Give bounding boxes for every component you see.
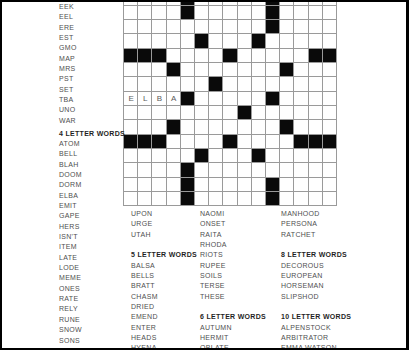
grid-cell[interactable] xyxy=(223,6,237,20)
grid-cell[interactable] xyxy=(195,6,209,20)
grid-cell[interactable] xyxy=(195,77,209,91)
grid-cell[interactable] xyxy=(124,6,138,20)
grid-cell[interactable] xyxy=(323,77,337,91)
grid-cell[interactable] xyxy=(181,63,195,77)
grid-cell[interactable] xyxy=(181,135,195,149)
grid-cell[interactable] xyxy=(152,34,166,48)
word-list-word[interactable]: HERMIT xyxy=(200,333,266,343)
grid-cell[interactable] xyxy=(181,49,195,63)
word-list-word[interactable]: BELL xyxy=(59,149,125,159)
word-list-word[interactable]: ISN'T xyxy=(59,232,125,242)
grid-cell[interactable] xyxy=(124,120,138,134)
grid-cell[interactable] xyxy=(124,178,138,192)
grid-cell[interactable] xyxy=(252,92,266,106)
grid-cell[interactable] xyxy=(167,34,181,48)
word-list-header: 6 LETTER WORDS xyxy=(200,312,266,322)
black-cell xyxy=(195,34,209,48)
grid-cell[interactable] xyxy=(280,77,294,91)
grid-cell[interactable] xyxy=(238,20,252,34)
black-cell xyxy=(181,192,195,206)
black-cell xyxy=(323,135,337,149)
word-list-word[interactable]: SLIPSHOD xyxy=(281,292,351,302)
grid-cell[interactable] xyxy=(238,92,252,106)
word-list-word[interactable]: RATCHET xyxy=(281,230,351,240)
grid-cell[interactable] xyxy=(294,6,308,20)
word-list-word[interactable]: ITEM xyxy=(59,242,125,252)
grid-cell[interactable] xyxy=(167,6,181,20)
grid-cell[interactable] xyxy=(309,20,323,34)
word-list-word[interactable]: RELY xyxy=(59,304,125,314)
black-cell xyxy=(266,20,280,34)
grid-cell[interactable] xyxy=(167,135,181,149)
grid-cell[interactable] xyxy=(152,20,166,34)
grid-cell[interactable] xyxy=(124,63,138,77)
black-cell xyxy=(266,6,280,20)
grid-cell[interactable] xyxy=(138,192,152,206)
word-list-word[interactable]: THESE xyxy=(200,292,266,302)
grid-cell[interactable] xyxy=(195,92,209,106)
word-list-word[interactable]: TERSE xyxy=(200,281,266,291)
grid-cell[interactable] xyxy=(238,149,252,163)
grid-cell[interactable] xyxy=(323,34,337,48)
grid-cell[interactable] xyxy=(238,135,252,149)
puzzle-grid: ELBA xyxy=(123,0,337,206)
grid-cell[interactable] xyxy=(223,178,237,192)
word-list-word[interactable]: SPOT xyxy=(59,346,125,350)
grid-cell[interactable] xyxy=(223,192,237,206)
grid-cell[interactable] xyxy=(124,149,138,163)
word-list-word[interactable]: RHODA xyxy=(200,240,266,250)
grid-cell[interactable] xyxy=(323,192,337,206)
grid-cell[interactable] xyxy=(280,20,294,34)
grid-cell[interactable] xyxy=(181,20,195,34)
grid-cell[interactable] xyxy=(195,192,209,206)
grid-cell[interactable] xyxy=(209,49,223,63)
word-list-header: 4 LETTER WORDS xyxy=(59,129,125,139)
grid-cell[interactable] xyxy=(223,120,237,134)
grid-cell[interactable] xyxy=(238,77,252,91)
word-list-header: 8 LETTER WORDS xyxy=(281,250,351,260)
grid-cell[interactable] xyxy=(223,149,237,163)
grid-cell[interactable] xyxy=(252,77,266,91)
word-list-blank-line xyxy=(281,240,351,250)
word-list-word[interactable]: DECOROUS xyxy=(281,261,351,271)
word-list-blank-line xyxy=(200,302,266,312)
grid-cell[interactable] xyxy=(294,92,308,106)
grid-cell[interactable] xyxy=(181,34,195,48)
grid-cell[interactable] xyxy=(280,149,294,163)
word-list-word[interactable]: BALSA xyxy=(131,261,197,271)
fill-in-puzzle-page: ELBA EEKEELEREESTGMOMAPMRSPSTSETTBAUNOWA… xyxy=(0,0,412,350)
black-cell xyxy=(124,135,138,149)
black-cell xyxy=(309,135,323,149)
grid-cell[interactable] xyxy=(209,149,223,163)
word-list-word[interactable]: MAP xyxy=(59,54,125,64)
word-list-column: UPONURGEUTAH5 LETTER WORDSBALSABELLSBRAT… xyxy=(131,209,197,350)
word-list-word[interactable]: NAOMI xyxy=(200,209,266,219)
word-list-word[interactable]: RAITA xyxy=(200,230,266,240)
word-list-word[interactable]: BRATT xyxy=(131,281,197,291)
grid-cell[interactable] xyxy=(309,34,323,48)
grid-cell[interactable] xyxy=(138,149,152,163)
grid-cell[interactable] xyxy=(309,120,323,134)
word-list-word[interactable]: LODE xyxy=(59,263,125,273)
word-list-word[interactable]: ELBA xyxy=(59,191,125,201)
grid-cell[interactable] xyxy=(323,20,337,34)
black-cell xyxy=(152,49,166,63)
grid-cell[interactable] xyxy=(323,149,337,163)
grid-cell[interactable] xyxy=(252,49,266,63)
black-cell xyxy=(181,178,195,192)
word-list-word[interactable]: ATOM xyxy=(59,139,125,149)
grid-cell[interactable] xyxy=(238,6,252,20)
word-list-word[interactable]: CHASM xyxy=(131,292,197,302)
grid-cell[interactable] xyxy=(152,149,166,163)
black-cell xyxy=(181,6,195,20)
word-list-word[interactable]: HORSEMAN xyxy=(281,281,351,291)
word-list-word[interactable]: ARBITRATOR xyxy=(281,333,351,343)
grid-cell[interactable] xyxy=(181,106,195,120)
word-list-word[interactable]: URGE xyxy=(131,219,197,229)
black-cell xyxy=(238,106,252,120)
black-cell xyxy=(280,63,294,77)
word-list-word[interactable]: MRS xyxy=(59,64,125,74)
grid-cell[interactable] xyxy=(152,63,166,77)
grid-cell[interactable] xyxy=(266,120,280,134)
grid-cell[interactable] xyxy=(209,106,223,120)
grid-cell[interactable] xyxy=(167,163,181,177)
black-cell xyxy=(195,149,209,163)
black-cell xyxy=(266,192,280,206)
grid-cell[interactable] xyxy=(309,6,323,20)
black-cell xyxy=(152,135,166,149)
grid-cell-letter[interactable]: A xyxy=(167,92,181,106)
grid-cell[interactable] xyxy=(152,120,166,134)
word-list-word[interactable]: ONSET xyxy=(200,219,266,229)
word-list-header: 5 LETTER WORDS xyxy=(131,250,197,260)
word-list-blank-line xyxy=(281,302,351,312)
grid-cell[interactable] xyxy=(181,149,195,163)
grid-cell[interactable] xyxy=(266,49,280,63)
grid-cell[interactable] xyxy=(138,163,152,177)
grid-cell[interactable] xyxy=(294,34,308,48)
word-list-word[interactable]: PERSONA xyxy=(281,219,351,229)
grid-cell[interactable] xyxy=(323,63,337,77)
grid-cell[interactable] xyxy=(138,178,152,192)
grid-cell[interactable] xyxy=(252,120,266,134)
grid-cell[interactable] xyxy=(223,106,237,120)
grid-cell[interactable] xyxy=(252,63,266,77)
grid-cell[interactable] xyxy=(181,77,195,91)
grid-cell[interactable] xyxy=(252,163,266,177)
word-list-column: EEKEELEREESTGMOMAPMRSPSTSETTBAUNOWAR4 LE… xyxy=(59,2,125,350)
grid-cell[interactable] xyxy=(309,163,323,177)
grid-cell[interactable] xyxy=(209,6,223,20)
black-cell xyxy=(252,34,266,48)
grid-cell[interactable] xyxy=(294,77,308,91)
grid-cell[interactable] xyxy=(238,178,252,192)
grid-cell[interactable] xyxy=(167,77,181,91)
black-cell xyxy=(138,135,152,149)
grid-cell[interactable] xyxy=(167,106,181,120)
grid-cell[interactable] xyxy=(309,106,323,120)
black-cell xyxy=(167,120,181,134)
grid-cell[interactable] xyxy=(223,34,237,48)
grid-cell[interactable] xyxy=(195,178,209,192)
grid-cell[interactable] xyxy=(152,77,166,91)
grid-cell[interactable] xyxy=(252,135,266,149)
grid-cell[interactable] xyxy=(266,135,280,149)
word-list-word[interactable]: HEADS xyxy=(131,333,197,343)
grid-cell[interactable] xyxy=(252,20,266,34)
word-list-word[interactable]: ALPENSTOCK xyxy=(281,323,351,333)
word-list-word[interactable]: RUPEE xyxy=(200,261,266,271)
black-cell xyxy=(252,149,266,163)
grid-cell[interactable] xyxy=(138,77,152,91)
grid-cell[interactable] xyxy=(309,192,323,206)
black-cell xyxy=(266,178,280,192)
grid-cell[interactable] xyxy=(238,192,252,206)
word-list-word[interactable]: MEME xyxy=(59,273,125,283)
black-cell xyxy=(167,63,181,77)
word-list-word[interactable]: EMEND xyxy=(131,312,197,322)
grid-cell[interactable] xyxy=(280,163,294,177)
grid-cell[interactable] xyxy=(238,34,252,48)
grid-cell[interactable] xyxy=(252,178,266,192)
black-cell xyxy=(124,49,138,63)
grid-cell[interactable] xyxy=(195,106,209,120)
black-cell xyxy=(209,77,223,91)
grid-cell[interactable] xyxy=(209,34,223,48)
grid-cell[interactable] xyxy=(309,178,323,192)
grid-cell[interactable] xyxy=(294,192,308,206)
word-list-word[interactable]: RATE xyxy=(59,294,125,304)
word-list-word[interactable]: UNO xyxy=(59,105,125,115)
grid-cell[interactable] xyxy=(294,120,308,134)
black-cell xyxy=(223,49,237,63)
grid-cell[interactable] xyxy=(124,106,138,120)
word-list-word[interactable]: ONES xyxy=(59,284,125,294)
grid-cell[interactable] xyxy=(195,120,209,134)
grid-cell[interactable] xyxy=(266,63,280,77)
grid-cell[interactable] xyxy=(195,49,209,63)
grid-cell[interactable] xyxy=(323,163,337,177)
grid-cell[interactable] xyxy=(223,63,237,77)
grid-cell[interactable] xyxy=(252,106,266,120)
grid-cell[interactable] xyxy=(181,120,195,134)
grid-cell[interactable] xyxy=(195,20,209,34)
grid-cell[interactable] xyxy=(280,6,294,20)
word-list-word[interactable]: TBA xyxy=(59,95,125,105)
grid-cell[interactable] xyxy=(223,77,237,91)
black-cell xyxy=(138,49,152,63)
grid-cell[interactable] xyxy=(124,20,138,34)
grid-cell[interactable] xyxy=(167,192,181,206)
grid-cell[interactable] xyxy=(294,49,308,63)
grid-cell-letter[interactable]: E xyxy=(124,92,138,106)
grid-cell[interactable] xyxy=(124,34,138,48)
grid-cell[interactable] xyxy=(138,120,152,134)
grid-cell[interactable] xyxy=(323,178,337,192)
grid-cell[interactable] xyxy=(280,192,294,206)
grid-cell[interactable] xyxy=(294,178,308,192)
word-list-word[interactable]: HYENA xyxy=(131,343,197,350)
grid-cell-letter[interactable]: L xyxy=(138,92,152,106)
grid-cell[interactable] xyxy=(266,77,280,91)
grid-cell[interactable] xyxy=(152,6,166,20)
word-list-word[interactable]: AUTUMN xyxy=(200,323,266,333)
word-list-word[interactable]: SOILS xyxy=(200,271,266,281)
grid-cell[interactable] xyxy=(124,163,138,177)
grid-cell[interactable] xyxy=(195,63,209,77)
grid-cell[interactable] xyxy=(323,120,337,134)
grid-cell[interactable] xyxy=(309,77,323,91)
black-cell xyxy=(266,92,280,106)
black-cell xyxy=(280,120,294,134)
grid-cell[interactable] xyxy=(309,149,323,163)
black-cell xyxy=(181,163,195,177)
grid-cell[interactable] xyxy=(223,163,237,177)
grid-cell[interactable] xyxy=(238,120,252,134)
grid-cell[interactable] xyxy=(266,163,280,177)
word-list-word[interactable]: DOOM xyxy=(59,170,125,180)
grid-cell[interactable] xyxy=(280,92,294,106)
grid-cell[interactable] xyxy=(309,92,323,106)
grid-cell[interactable] xyxy=(209,135,223,149)
word-list-word[interactable]: EST xyxy=(59,33,125,43)
black-cell xyxy=(323,49,337,63)
word-list-word[interactable]: WAR xyxy=(59,116,125,126)
word-list-word[interactable]: EEK xyxy=(59,2,125,12)
black-cell xyxy=(294,135,308,149)
grid-cell[interactable] xyxy=(152,178,166,192)
black-cell xyxy=(181,92,195,106)
grid-cell[interactable] xyxy=(209,120,223,134)
grid-cell[interactable] xyxy=(138,106,152,120)
grid-cell[interactable] xyxy=(280,178,294,192)
word-list-word[interactable]: EMMA WATSON xyxy=(281,343,351,350)
word-list-column: MANHOODPERSONARATCHET8 LETTER WORDSDECOR… xyxy=(281,209,351,350)
grid-cell[interactable] xyxy=(294,20,308,34)
word-list-word[interactable]: RIOTS xyxy=(200,250,266,260)
grid-cell[interactable] xyxy=(124,77,138,91)
grid-cell[interactable] xyxy=(280,106,294,120)
grid-cell[interactable] xyxy=(209,192,223,206)
word-list-word[interactable]: UTAH xyxy=(131,230,197,240)
grid-cell[interactable] xyxy=(280,34,294,48)
grid-cell[interactable] xyxy=(167,149,181,163)
grid-cell[interactable] xyxy=(294,63,308,77)
grid-cell[interactable] xyxy=(195,163,209,177)
word-list-word[interactable]: GAPE xyxy=(59,211,125,221)
word-list-word[interactable]: HERS xyxy=(59,222,125,232)
word-list-word[interactable]: ENTER xyxy=(131,323,197,333)
word-list-word[interactable]: SONS xyxy=(59,336,125,346)
grid-cell[interactable] xyxy=(323,92,337,106)
grid-cell[interactable] xyxy=(266,149,280,163)
word-list-word[interactable]: EMIT xyxy=(59,201,125,211)
grid-cell[interactable] xyxy=(266,34,280,48)
grid-cell[interactable] xyxy=(195,135,209,149)
grid-cell[interactable] xyxy=(294,106,308,120)
grid-cell[interactable] xyxy=(238,49,252,63)
grid-cell[interactable] xyxy=(209,178,223,192)
word-list-word[interactable]: UPON xyxy=(131,209,197,219)
word-list-word[interactable]: LATE xyxy=(59,253,125,263)
grid-cell[interactable] xyxy=(294,163,308,177)
grid-cell[interactable] xyxy=(309,63,323,77)
grid-cell-letter[interactable]: B xyxy=(152,92,166,106)
word-list-word[interactable]: SET xyxy=(59,85,125,95)
word-list-word[interactable]: OBLATE xyxy=(200,343,266,350)
grid-cell[interactable] xyxy=(266,106,280,120)
word-list-blank-line xyxy=(131,240,197,250)
word-list-column: NAOMIONSETRAITARHODARIOTSRUPEESOILSTERSE… xyxy=(200,209,266,350)
grid-cell[interactable] xyxy=(209,20,223,34)
word-list-word[interactable]: PST xyxy=(59,74,125,84)
word-list-word[interactable]: ERE xyxy=(59,23,125,33)
word-list-word[interactable]: DRIED xyxy=(131,302,197,312)
grid-cell[interactable] xyxy=(138,6,152,20)
grid-cell[interactable] xyxy=(138,34,152,48)
grid-cell[interactable] xyxy=(238,163,252,177)
grid-cell[interactable] xyxy=(223,92,237,106)
word-list-word[interactable]: RUNE xyxy=(59,315,125,325)
grid-cell[interactable] xyxy=(138,63,152,77)
grid-cell[interactable] xyxy=(323,106,337,120)
grid-cell[interactable] xyxy=(138,20,152,34)
word-list-word[interactable]: EUROPEAN xyxy=(281,271,351,281)
black-cell xyxy=(223,135,237,149)
grid-cell[interactable] xyxy=(167,49,181,63)
grid-cell[interactable] xyxy=(252,192,266,206)
grid-cell[interactable] xyxy=(209,163,223,177)
grid-cell[interactable] xyxy=(323,6,337,20)
word-list-word[interactable]: BELLS xyxy=(131,271,197,281)
black-cell xyxy=(309,49,323,63)
word-list-word[interactable]: GMO xyxy=(59,43,125,53)
grid-cell[interactable] xyxy=(167,178,181,192)
grid-cell[interactable] xyxy=(294,149,308,163)
word-list-word[interactable]: BLAH xyxy=(59,160,125,170)
grid-cell[interactable] xyxy=(167,20,181,34)
grid-cell[interactable] xyxy=(209,63,223,77)
grid-cell[interactable] xyxy=(252,6,266,20)
grid-cell[interactable] xyxy=(152,163,166,177)
word-list-word[interactable]: MANHOOD xyxy=(281,209,351,219)
grid-cell[interactable] xyxy=(209,92,223,106)
grid-cell[interactable] xyxy=(152,106,166,120)
word-list-word[interactable]: EEL xyxy=(59,12,125,22)
word-list-header: 10 LETTER WORDS xyxy=(281,312,351,322)
word-list-word[interactable]: DORM xyxy=(59,180,125,190)
grid-cell[interactable] xyxy=(124,192,138,206)
grid-cell[interactable] xyxy=(223,20,237,34)
grid-cell[interactable] xyxy=(152,192,166,206)
word-list-word[interactable]: SNOW xyxy=(59,325,125,335)
grid-cell[interactable] xyxy=(238,63,252,77)
grid-cell[interactable] xyxy=(280,135,294,149)
grid-cell[interactable] xyxy=(280,49,294,63)
